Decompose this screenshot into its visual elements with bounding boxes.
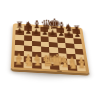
chess-board-scene: ♜♞♝♛♚♝♞♜♟♟♟♟♟♟♟♟♟♟♟♟♟♟♟♟♜♞♝♛♚♝♞♜ bbox=[11, 23, 90, 73]
photo-canvas: ♜♞♝♛♚♝♞♜♟♟♟♟♟♟♟♟♟♟♟♟♟♟♟♟♜♞♝♛♚♝♞♜ bbox=[0, 0, 98, 98]
piece-black-bishop: ♝ bbox=[32, 20, 40, 31]
square-c4 bbox=[32, 46, 41, 52]
piece-black-king: ♚ bbox=[48, 17, 56, 31]
square-b1: ♞ bbox=[23, 62, 32, 68]
square-d5 bbox=[40, 41, 49, 47]
square-h1: ♜ bbox=[76, 65, 86, 71]
piece-black-rook: ♜ bbox=[16, 21, 24, 30]
square-e1: ♚ bbox=[50, 63, 59, 69]
square-d1: ♛ bbox=[41, 63, 50, 69]
square-a1: ♜ bbox=[14, 61, 23, 67]
board-frame: ♜♞♝♛♚♝♞♜♟♟♟♟♟♟♟♟♟♟♟♟♟♟♟♟♜♞♝♛♚♝♞♜ bbox=[11, 23, 90, 73]
square-c1: ♝ bbox=[32, 62, 41, 68]
piece-black-rook: ♜ bbox=[72, 25, 80, 34]
square-a5 bbox=[15, 40, 24, 46]
chess-board-grid: ♜♞♝♛♚♝♞♜♟♟♟♟♟♟♟♟♟♟♟♟♟♟♟♟♜♞♝♛♚♝♞♜ bbox=[14, 25, 86, 71]
maker-stamp bbox=[57, 70, 62, 72]
piece-black-queen: ♛ bbox=[40, 18, 48, 31]
piece-black-knight: ♞ bbox=[24, 20, 32, 30]
